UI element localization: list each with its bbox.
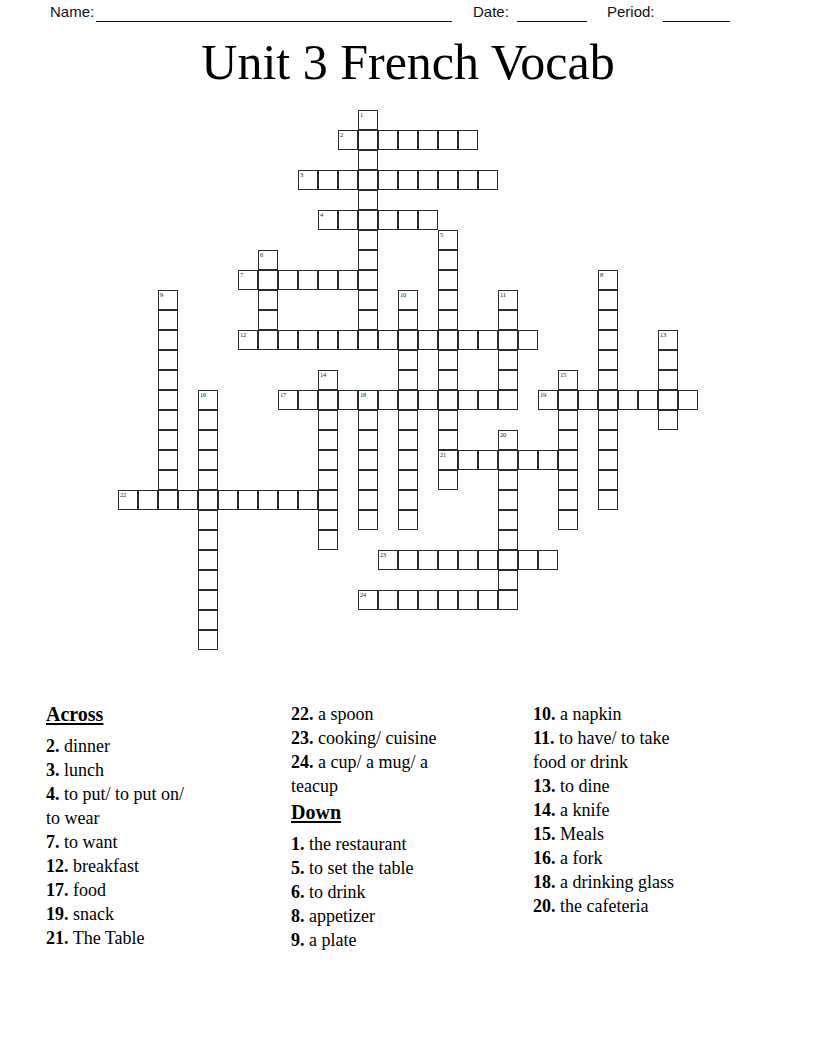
crossword-cell[interactable] <box>478 590 498 610</box>
crossword-cell[interactable] <box>198 490 218 510</box>
crossword-cell[interactable] <box>258 270 278 290</box>
crossword-cell[interactable] <box>598 370 618 390</box>
crossword-cell[interactable] <box>438 470 458 490</box>
clue-across-17: 17. food <box>46 878 194 902</box>
clue-across-7: 7. to want <box>46 830 194 854</box>
crossword-cell[interactable] <box>598 450 618 470</box>
crossword-cell[interactable]: 6 <box>258 250 278 270</box>
crossword-cell[interactable] <box>498 330 518 350</box>
crossword-cell[interactable] <box>418 390 438 410</box>
crossword-cell[interactable] <box>338 210 358 230</box>
crossword-cell[interactable] <box>658 350 678 370</box>
crossword-cell[interactable]: 10 <box>398 290 418 310</box>
crossword-cell[interactable] <box>338 330 358 350</box>
crossword-cell[interactable] <box>438 410 458 430</box>
clue-number-14: 14 <box>320 371 326 378</box>
crossword-cell[interactable] <box>578 390 598 410</box>
crossword-cell[interactable] <box>158 490 178 510</box>
clue-across-2: 2. dinner <box>46 734 194 758</box>
crossword-cell[interactable] <box>558 430 578 450</box>
crossword-cell[interactable] <box>618 390 638 410</box>
clue-across-23: 23. cooking/ cuisine <box>291 726 456 750</box>
crossword-cell[interactable] <box>358 490 378 510</box>
crossword-cell[interactable] <box>438 170 458 190</box>
clue-number-label: 14. <box>533 800 556 820</box>
crossword-cell[interactable] <box>318 530 338 550</box>
crossword-cell[interactable] <box>198 470 218 490</box>
crossword-cell[interactable] <box>298 390 318 410</box>
crossword-cell[interactable] <box>278 330 298 350</box>
crossword-cell[interactable] <box>458 450 478 470</box>
crossword-cell[interactable] <box>358 230 378 250</box>
crossword-cell[interactable] <box>398 130 418 150</box>
crossword-cell[interactable] <box>498 370 518 390</box>
crossword-cell[interactable] <box>498 350 518 370</box>
crossword-cell[interactable] <box>358 250 378 270</box>
crossword-cell[interactable] <box>558 470 578 490</box>
crossword-cell[interactable] <box>438 310 458 330</box>
crossword-cell[interactable] <box>358 470 378 490</box>
crossword-cell[interactable] <box>318 170 338 190</box>
clue-number-label: 19. <box>46 904 69 924</box>
clue-number-6: 6 <box>260 251 263 258</box>
crossword-cell[interactable]: 23 <box>378 550 398 570</box>
clue-across-19: 19. snack <box>46 902 194 926</box>
clue-number-13: 13 <box>660 331 666 338</box>
clue-number-label: 8. <box>291 906 305 926</box>
crossword-cell[interactable] <box>438 350 458 370</box>
crossword-cell[interactable] <box>458 130 478 150</box>
crossword-cell[interactable]: 7 <box>238 270 258 290</box>
clue-number-16: 16 <box>200 391 206 398</box>
clue-number-17: 17 <box>280 391 286 398</box>
crossword-cell[interactable] <box>458 590 478 610</box>
crossword-cell[interactable] <box>238 490 258 510</box>
crossword-cell[interactable] <box>158 450 178 470</box>
crossword-cell[interactable] <box>438 270 458 290</box>
crossword-cell[interactable] <box>478 390 498 410</box>
crossword-cell[interactable] <box>518 450 538 470</box>
crossword-cell[interactable] <box>558 490 578 510</box>
down-heading: Down <box>291 800 456 824</box>
clue-column-left: Across2. dinner3. lunch4. to put/ to put… <box>46 702 194 950</box>
crossword-cell[interactable] <box>198 410 218 430</box>
crossword-cell[interactable] <box>198 510 218 530</box>
crossword-cell[interactable] <box>538 450 558 470</box>
crossword-cell[interactable] <box>318 390 338 410</box>
crossword-cell[interactable] <box>398 430 418 450</box>
clue-down-10: 10. a napkin <box>533 702 693 726</box>
clue-column-right: 10. a napkin11. to have/ to take food or… <box>533 702 693 918</box>
crossword-cell[interactable] <box>358 130 378 150</box>
crossword-cell[interactable] <box>358 410 378 430</box>
clue-number-21: 21 <box>440 451 446 458</box>
clue-number-label: 20. <box>533 896 556 916</box>
crossword-cell[interactable] <box>158 390 178 410</box>
crossword-cell[interactable] <box>498 490 518 510</box>
clue-number-2: 2 <box>340 131 343 138</box>
crossword-cell[interactable] <box>438 390 458 410</box>
crossword-cell[interactable] <box>438 130 458 150</box>
crossword-cell[interactable] <box>398 350 418 370</box>
crossword-cell[interactable] <box>478 170 498 190</box>
crossword-cell[interactable] <box>598 470 618 490</box>
clue-number-10: 10 <box>400 291 406 298</box>
crossword-cell[interactable] <box>418 550 438 570</box>
crossword-cell[interactable] <box>598 290 618 310</box>
crossword-cell[interactable] <box>418 590 438 610</box>
crossword-cell[interactable] <box>658 410 678 430</box>
crossword-cell[interactable] <box>158 410 178 430</box>
crossword-cell[interactable] <box>458 550 478 570</box>
crossword-cell[interactable] <box>158 430 178 450</box>
crossword-cell[interactable]: 2 <box>338 130 358 150</box>
crossword-cell[interactable] <box>158 330 178 350</box>
across-heading: Across <box>46 702 194 726</box>
crossword-cell[interactable] <box>318 330 338 350</box>
crossword-cell[interactable] <box>458 170 478 190</box>
crossword-cell[interactable] <box>438 590 458 610</box>
clue-number-label: 5. <box>291 858 305 878</box>
crossword-cell[interactable] <box>358 270 378 290</box>
clue-down-6: 6. to drink <box>291 880 456 904</box>
clue-number-4: 4 <box>320 211 323 218</box>
clue-number-label: 3. <box>46 760 60 780</box>
clue-number-5: 5 <box>440 231 443 238</box>
crossword-cell[interactable] <box>358 430 378 450</box>
crossword-cell[interactable] <box>418 210 438 230</box>
crossword-cell[interactable] <box>598 410 618 430</box>
date-blank-line[interactable] <box>517 4 587 22</box>
clue-number-label: 22. <box>291 704 314 724</box>
clue-across-21: 21. The Table <box>46 926 194 950</box>
crossword-cell[interactable] <box>318 510 338 530</box>
clue-number-label: 16. <box>533 848 556 868</box>
crossword-cell[interactable] <box>558 390 578 410</box>
clue-across-12: 12. breakfast <box>46 854 194 878</box>
clue-number-1: 1 <box>360 111 363 118</box>
clue-number-3: 3 <box>300 171 303 178</box>
period-blank-line[interactable] <box>663 4 730 22</box>
crossword-cell[interactable]: 24 <box>358 590 378 610</box>
clue-column-middle: 22. a spoon23. cooking/ cuisine24. a cup… <box>291 702 456 952</box>
crossword-cell[interactable] <box>158 470 178 490</box>
crossword-cell[interactable] <box>138 490 158 510</box>
crossword-cell[interactable] <box>558 510 578 530</box>
crossword-cell[interactable] <box>398 330 418 350</box>
clue-across-3: 3. lunch <box>46 758 194 782</box>
crossword-cell[interactable] <box>498 390 518 410</box>
crossword-cell[interactable] <box>278 270 298 290</box>
crossword-cell[interactable]: 1 <box>358 110 378 130</box>
clue-number-23: 23 <box>380 551 386 558</box>
crossword-cell[interactable] <box>398 390 418 410</box>
crossword-cell[interactable]: 16 <box>198 390 218 410</box>
clue-number-20: 20 <box>500 431 506 438</box>
crossword-cell[interactable] <box>598 490 618 510</box>
crossword-cell[interactable] <box>258 330 278 350</box>
crossword-cell[interactable] <box>658 370 678 390</box>
crossword-cell[interactable] <box>558 450 578 470</box>
clue-number-8: 8 <box>600 271 603 278</box>
crossword-cell[interactable] <box>298 270 318 290</box>
clue-number-label: 17. <box>46 880 69 900</box>
period-label: Period: <box>607 3 655 20</box>
crossword-cell[interactable] <box>398 550 418 570</box>
clue-number-label: 7. <box>46 832 60 852</box>
clue-down-5: 5. to set the table <box>291 856 456 880</box>
crossword-cell[interactable] <box>638 390 658 410</box>
clue-down-16: 16. a fork <box>533 846 693 870</box>
clue-across-22: 22. a spoon <box>291 702 456 726</box>
crossword-cell[interactable] <box>418 130 438 150</box>
crossword-cell[interactable]: 15 <box>558 370 578 390</box>
crossword-cell[interactable]: 14 <box>318 370 338 390</box>
crossword-cell[interactable]: 13 <box>658 330 678 350</box>
crossword-cell[interactable] <box>438 290 458 310</box>
crossword-cell[interactable]: 5 <box>438 230 458 250</box>
crossword-cell[interactable] <box>398 210 418 230</box>
crossword-cell[interactable] <box>438 430 458 450</box>
crossword-cell[interactable]: 12 <box>238 330 258 350</box>
crossword-cell[interactable]: 18 <box>358 390 378 410</box>
crossword-cell[interactable] <box>498 570 518 590</box>
crossword-cell[interactable] <box>498 530 518 550</box>
crossword-cell[interactable] <box>398 370 418 390</box>
crossword-cell[interactable] <box>338 170 358 190</box>
crossword-cell[interactable] <box>438 550 458 570</box>
clue-number-19: 19 <box>540 391 546 398</box>
crossword-cell[interactable] <box>498 550 518 570</box>
crossword-cell[interactable] <box>378 130 398 150</box>
crossword-cell[interactable] <box>198 630 218 650</box>
crossword-cell[interactable] <box>398 590 418 610</box>
clue-number-label: 6. <box>291 882 305 902</box>
crossword-cell[interactable] <box>538 550 558 570</box>
clue-number-15: 15 <box>560 371 566 378</box>
crossword-cell[interactable] <box>398 170 418 190</box>
clue-across-4: 4. to put/ to put on/ to wear <box>46 782 194 830</box>
crossword-cell[interactable] <box>298 330 318 350</box>
crossword-cell[interactable] <box>478 450 498 470</box>
crossword-cell[interactable] <box>358 150 378 170</box>
crossword-cell[interactable]: 3 <box>298 170 318 190</box>
crossword-cell[interactable] <box>378 210 398 230</box>
crossword-cell[interactable] <box>358 450 378 470</box>
crossword-cell[interactable] <box>658 390 678 410</box>
crossword-cell[interactable] <box>158 370 178 390</box>
crossword-cell[interactable] <box>358 290 378 310</box>
crossword-cell[interactable] <box>198 450 218 470</box>
name-label: Name: <box>50 3 94 20</box>
crossword-cell[interactable] <box>258 290 278 310</box>
clue-down-15: 15. Meals <box>533 822 693 846</box>
crossword-cell[interactable] <box>398 410 418 430</box>
crossword-cell[interactable] <box>478 330 498 350</box>
crossword-cell[interactable] <box>198 550 218 570</box>
crossword-cell[interactable] <box>678 390 698 410</box>
crossword-cell[interactable] <box>358 210 378 230</box>
crossword-cell[interactable] <box>498 590 518 610</box>
crossword-cell[interactable] <box>278 490 298 510</box>
clue-down-14: 14. a knife <box>533 798 693 822</box>
crossword-cell[interactable] <box>318 490 338 510</box>
crossword-cell[interactable] <box>358 310 378 330</box>
date-label: Date: <box>473 3 509 20</box>
crossword-cell[interactable] <box>398 470 418 490</box>
crossword-cell[interactable] <box>318 410 338 430</box>
crossword-cell[interactable] <box>218 490 238 510</box>
crossword-cell[interactable]: 20 <box>498 430 518 450</box>
crossword-cell[interactable] <box>518 330 538 350</box>
clue-number-18: 18 <box>360 391 366 398</box>
crossword-cell[interactable] <box>198 610 218 630</box>
crossword-cell[interactable] <box>198 430 218 450</box>
crossword-cell[interactable]: 22 <box>118 490 138 510</box>
crossword-cell[interactable] <box>358 190 378 210</box>
crossword-cell[interactable] <box>338 390 358 410</box>
crossword-cell[interactable] <box>358 330 378 350</box>
worksheet-page: Name: Date: Period: Unit 3 French Vocab … <box>0 0 816 1056</box>
crossword-cell[interactable] <box>358 170 378 190</box>
crossword-cell[interactable] <box>438 370 458 390</box>
crossword-cell[interactable] <box>198 590 218 610</box>
clue-down-1: 1. the restaurant <box>291 832 456 856</box>
crossword-cell[interactable] <box>398 510 418 530</box>
crossword-cell[interactable] <box>598 310 618 330</box>
page-title: Unit 3 French Vocab <box>0 36 816 88</box>
crossword-cell[interactable]: 4 <box>318 210 338 230</box>
clue-number-22: 22 <box>120 491 126 498</box>
crossword-cell[interactable] <box>418 330 438 350</box>
crossword-cell[interactable] <box>598 330 618 350</box>
crossword-cell[interactable] <box>318 470 338 490</box>
crossword-cell[interactable] <box>498 470 518 490</box>
crossword-cell[interactable]: 19 <box>538 390 558 410</box>
crossword-cell[interactable] <box>158 350 178 370</box>
clue-down-11: 11. to have/ to take food or drink <box>533 726 693 774</box>
clue-number-label: 18. <box>533 872 556 892</box>
crossword-cell[interactable] <box>438 330 458 350</box>
crossword-cell[interactable] <box>418 170 438 190</box>
clue-number-label: 9. <box>291 930 305 950</box>
crossword-cell[interactable] <box>378 390 398 410</box>
crossword-cell[interactable] <box>258 490 278 510</box>
crossword-grid: 123456789101112131415161718192021222324 <box>118 110 698 650</box>
crossword-cell[interactable] <box>498 310 518 330</box>
crossword-cell[interactable] <box>378 590 398 610</box>
crossword-cell[interactable]: 8 <box>598 270 618 290</box>
clue-number-label: 21. <box>46 928 69 948</box>
crossword-cell[interactable] <box>478 550 498 570</box>
clue-number-label: 4. <box>46 784 60 804</box>
clue-number-label: 11. <box>533 728 555 748</box>
crossword-cell[interactable] <box>358 510 378 530</box>
crossword-cell[interactable] <box>318 430 338 450</box>
clue-number-11: 11 <box>500 291 506 298</box>
crossword-cell[interactable] <box>598 350 618 370</box>
clue-down-9: 9. a plate <box>291 928 456 952</box>
clue-number-label: 10. <box>533 704 556 724</box>
crossword-cell[interactable] <box>398 310 418 330</box>
crossword-cell[interactable]: 9 <box>158 290 178 310</box>
clue-down-18: 18. a drinking glass <box>533 870 693 894</box>
crossword-cell[interactable] <box>598 430 618 450</box>
crossword-cell[interactable] <box>518 550 538 570</box>
crossword-cell[interactable] <box>438 250 458 270</box>
clue-number-24: 24 <box>360 591 366 598</box>
clue-number-label: 24. <box>291 752 314 772</box>
crossword-cell[interactable] <box>498 510 518 530</box>
crossword-cell[interactable] <box>338 270 358 290</box>
crossword-cell[interactable] <box>398 450 418 470</box>
clue-number-9: 9 <box>160 291 163 298</box>
crossword-cell[interactable]: 17 <box>278 390 298 410</box>
crossword-cell[interactable] <box>198 570 218 590</box>
crossword-cell[interactable] <box>558 410 578 430</box>
crossword-cell[interactable] <box>498 450 518 470</box>
clue-down-20: 20. the cafeteria <box>533 894 693 918</box>
crossword-cell[interactable] <box>178 490 198 510</box>
name-blank-line[interactable] <box>96 4 452 22</box>
crossword-cell[interactable]: 21 <box>438 450 458 470</box>
clue-number-label: 1. <box>291 834 305 854</box>
crossword-cell[interactable] <box>378 170 398 190</box>
clue-number-label: 15. <box>533 824 556 844</box>
crossword-cell[interactable] <box>458 330 478 350</box>
crossword-cell[interactable] <box>458 390 478 410</box>
crossword-cell[interactable] <box>158 310 178 330</box>
crossword-cell[interactable] <box>198 530 218 550</box>
crossword-cell[interactable] <box>298 490 318 510</box>
crossword-cell[interactable] <box>378 330 398 350</box>
clue-down-8: 8. appetizer <box>291 904 456 928</box>
crossword-cell[interactable] <box>318 450 338 470</box>
crossword-cell[interactable] <box>318 270 338 290</box>
clue-number-12: 12 <box>240 331 246 338</box>
clue-number-label: 13. <box>533 776 556 796</box>
clue-down-13: 13. to dine <box>533 774 693 798</box>
clue-number-label: 2. <box>46 736 60 756</box>
clue-across-24: 24. a cup/ a mug/ a teacup <box>291 750 456 798</box>
crossword-cell[interactable] <box>398 490 418 510</box>
clue-number-7: 7 <box>240 271 243 278</box>
clue-number-label: 23. <box>291 728 314 748</box>
crossword-cell[interactable]: 11 <box>498 290 518 310</box>
crossword-cell[interactable] <box>258 310 278 330</box>
clue-number-label: 12. <box>46 856 69 876</box>
crossword-cell[interactable] <box>598 390 618 410</box>
